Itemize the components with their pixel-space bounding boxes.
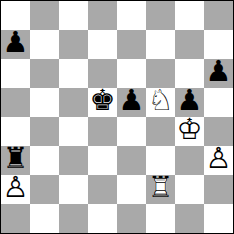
square-g1[interactable] [175,204,204,233]
square-b8[interactable] [30,1,59,30]
square-e7[interactable] [117,30,146,59]
black-pawn[interactable]: ♟ [117,88,146,117]
square-e2[interactable] [117,175,146,204]
square-h8[interactable] [204,1,233,30]
white-king[interactable]: ♚♔ [175,117,204,146]
square-c7[interactable] [59,30,88,59]
square-c4[interactable] [59,117,88,146]
square-b3[interactable] [30,146,59,175]
square-e5[interactable]: ♟ [117,88,146,117]
square-c6[interactable] [59,59,88,88]
square-a5[interactable] [1,88,30,117]
square-f4[interactable] [146,117,175,146]
square-b6[interactable] [30,59,59,88]
square-g7[interactable] [175,30,204,59]
square-d3[interactable] [88,146,117,175]
square-e3[interactable] [117,146,146,175]
black-pawn-glyph: ♟ [117,86,146,115]
square-g8[interactable] [175,1,204,30]
square-f1[interactable] [146,204,175,233]
square-d5[interactable]: ♚ [88,88,117,117]
black-pawn-glyph: ♟ [204,57,233,86]
square-e1[interactable] [117,204,146,233]
square-b1[interactable] [30,204,59,233]
black-pawn[interactable]: ♟ [204,59,233,88]
square-h2[interactable] [204,175,233,204]
black-pawn[interactable]: ♟ [1,30,30,59]
square-c1[interactable] [59,204,88,233]
white-king-glyph: ♔ [175,115,204,144]
square-a1[interactable] [1,204,30,233]
white-rook[interactable]: ♜♖ [146,175,175,204]
square-g3[interactable] [175,146,204,175]
black-rook-glyph: ♜ [1,144,30,173]
square-c5[interactable] [59,88,88,117]
square-f8[interactable] [146,1,175,30]
square-b7[interactable] [30,30,59,59]
square-d7[interactable] [88,30,117,59]
square-h6[interactable]: ♟ [204,59,233,88]
white-rook-glyph: ♖ [146,173,175,202]
white-knight[interactable]: ♞♘ [146,88,175,117]
black-pawn-glyph: ♟ [175,86,204,115]
square-f7[interactable] [146,30,175,59]
chess-board: ♟♟♚♟♞♘♟♚♔♜♟♙♟♙♜♖ [0,0,234,234]
square-c3[interactable] [59,146,88,175]
board-grid: ♟♟♚♟♞♘♟♚♔♜♟♙♟♙♜♖ [1,1,233,233]
square-e8[interactable] [117,1,146,30]
square-d4[interactable] [88,117,117,146]
white-pawn[interactable]: ♟♙ [204,146,233,175]
square-h5[interactable] [204,88,233,117]
square-d8[interactable] [88,1,117,30]
square-g2[interactable] [175,175,204,204]
square-b2[interactable] [30,175,59,204]
square-f5[interactable]: ♞♘ [146,88,175,117]
white-knight-glyph: ♘ [146,86,175,115]
square-h1[interactable] [204,204,233,233]
square-a7[interactable]: ♟ [1,30,30,59]
square-c8[interactable] [59,1,88,30]
square-d2[interactable] [88,175,117,204]
square-e4[interactable] [117,117,146,146]
square-c2[interactable] [59,175,88,204]
white-pawn[interactable]: ♟♙ [1,175,30,204]
black-king-glyph: ♚ [88,86,117,115]
black-king[interactable]: ♚ [88,88,117,117]
black-pawn-glyph: ♟ [1,28,30,57]
square-b4[interactable] [30,117,59,146]
square-f2[interactable]: ♜♖ [146,175,175,204]
white-pawn-glyph: ♙ [1,173,30,202]
square-a2[interactable]: ♟♙ [1,175,30,204]
square-a6[interactable] [1,59,30,88]
square-d1[interactable] [88,204,117,233]
white-pawn-glyph: ♙ [204,144,233,173]
square-b5[interactable] [30,88,59,117]
square-h3[interactable]: ♟♙ [204,146,233,175]
square-g4[interactable]: ♚♔ [175,117,204,146]
